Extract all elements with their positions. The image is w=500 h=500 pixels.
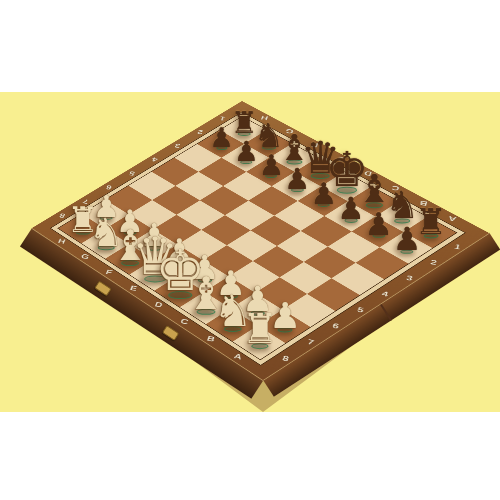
black-pawn-glyph: ♟ [337, 194, 364, 224]
black-pawn-glyph: ♟ [284, 165, 310, 194]
black-pawn-glyph: ♟ [393, 224, 422, 256]
brass-clasp-2 [162, 325, 179, 341]
black-pawn-glyph: ♟ [210, 125, 234, 152]
brass-clasp-1 [95, 281, 112, 297]
white-rook-glyph: ♜ [242, 309, 279, 350]
photo-stage: HHGGFFEEDDCCBBAA8877665544332211 ♜♞♝♚♛♝♞… [0, 0, 500, 500]
fold-seam [380, 304, 392, 321]
black-pawn-glyph: ♟ [365, 209, 393, 240]
black-pawn-glyph: ♟ [259, 152, 284, 180]
black-pawn-glyph: ♟ [234, 138, 259, 166]
black-pawn-glyph: ♟ [310, 179, 337, 209]
